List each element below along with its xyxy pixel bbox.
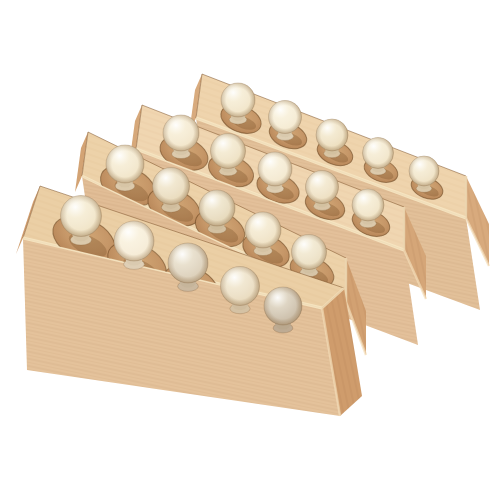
- product-photo: [0, 0, 500, 500]
- cylinder-blocks-illustration: [0, 0, 500, 500]
